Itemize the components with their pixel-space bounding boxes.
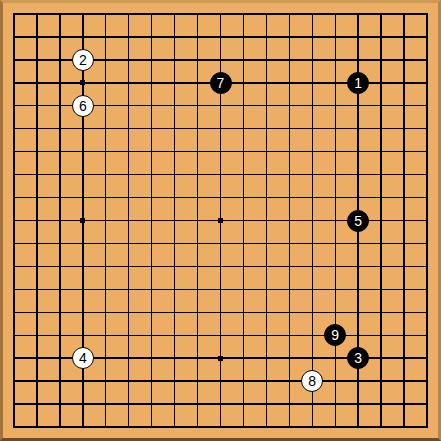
stone-move-number: 3 [354, 351, 362, 365]
stone-move-number: 2 [79, 53, 87, 67]
grid-line-vertical [335, 13, 336, 427]
stone-black-5[interactable]: 5 [347, 210, 369, 232]
grid-line-vertical [380, 13, 381, 427]
grid-line-vertical [266, 13, 267, 427]
grid-line-vertical [243, 13, 244, 427]
go-board[interactable]: 123456789 [0, 0, 441, 441]
grid-line-horizontal [13, 403, 427, 404]
stone-black-3[interactable]: 3 [347, 347, 369, 369]
stone-move-number: 1 [354, 76, 362, 90]
grid-line-vertical [312, 13, 313, 427]
grid-line-vertical [426, 13, 427, 427]
stone-black-7[interactable]: 7 [210, 72, 232, 94]
grid-line-horizontal [13, 380, 427, 381]
grid-line-horizontal [13, 289, 427, 290]
star-point [218, 356, 223, 361]
stone-white-2[interactable]: 2 [72, 49, 94, 71]
stone-black-9[interactable]: 9 [324, 324, 346, 346]
stone-move-number: 8 [308, 374, 316, 388]
grid-line-vertical [289, 13, 290, 427]
stone-move-number: 9 [331, 328, 339, 342]
grid-line-horizontal [13, 312, 427, 313]
grid-line-vertical [403, 13, 404, 427]
stone-move-number: 6 [79, 99, 87, 113]
stone-black-1[interactable]: 1 [347, 72, 369, 94]
grid-line-horizontal [13, 266, 427, 267]
stone-white-6[interactable]: 6 [72, 95, 94, 117]
stone-white-8[interactable]: 8 [301, 370, 323, 392]
grid-line-horizontal [13, 243, 427, 244]
stone-move-number: 5 [354, 214, 362, 228]
star-point [218, 218, 223, 223]
stone-white-4[interactable]: 4 [72, 347, 94, 369]
grid-line-horizontal [13, 335, 427, 336]
star-point [80, 218, 85, 223]
star-point [80, 80, 85, 85]
grid-line-horizontal [13, 426, 427, 427]
stone-move-number: 7 [217, 76, 225, 90]
stone-move-number: 4 [79, 351, 87, 365]
